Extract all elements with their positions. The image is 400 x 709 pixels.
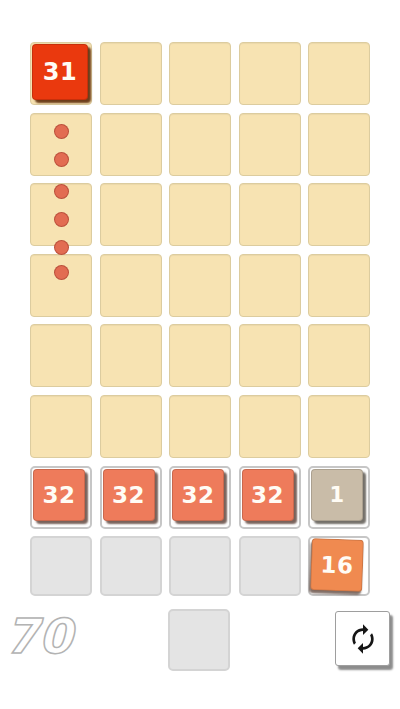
dot-trail [31,255,91,316]
board-cell-r6c1[interactable] [30,395,92,458]
board-cell-r1c4[interactable] [239,42,301,105]
dot [54,152,69,167]
queue-slot-2 [100,536,162,596]
board-cell-r4c5[interactable] [308,254,370,317]
dot [54,124,69,139]
dot [54,240,69,255]
board-cell-r4c2[interactable] [100,254,162,317]
refresh-button[interactable] [335,611,390,666]
queue-row: 16 [30,536,370,596]
hold-slot[interactable] [168,609,230,671]
board-cell-r5c4[interactable] [239,324,301,387]
queue-slot-5: 16 [308,536,370,596]
tray-slot-5[interactable]: 1 [308,466,370,529]
game-screen: 31 323232321 16 70 [0,0,400,709]
tile-32[interactable]: 32 [103,469,155,521]
board-cell-r2c4[interactable] [239,113,301,176]
board-cell-r1c2[interactable] [100,42,162,105]
tray-slot-1[interactable]: 32 [30,466,92,529]
queue-slot-1 [30,536,92,596]
board-cell-r1c5[interactable] [308,42,370,105]
tile-32[interactable]: 32 [172,469,224,521]
queue-slot-3 [169,536,231,596]
tile-31[interactable]: 31 [32,44,88,100]
board-cell-r3c2[interactable] [100,183,162,246]
board-cell-r2c2[interactable] [100,113,162,176]
board-cell-r6c5[interactable] [308,395,370,458]
board-cell-r3c3[interactable] [169,183,231,246]
board-cell-r5c1[interactable] [30,324,92,387]
board-cell-r2c1[interactable] [30,113,92,176]
board-cell-r2c3[interactable] [169,113,231,176]
dot-trail [31,184,91,245]
tile-32[interactable]: 32 [242,469,294,521]
board-cell-r6c4[interactable] [239,395,301,458]
tile-16: 16 [310,538,364,592]
dot [54,212,69,227]
dot [54,265,69,280]
tile-32[interactable]: 32 [33,469,85,521]
queue-slot-4 [239,536,301,596]
board-cell-r4c4[interactable] [239,254,301,317]
board-cell-r1c3[interactable] [169,42,231,105]
dot [54,184,69,199]
tray-slot-3[interactable]: 32 [169,466,231,529]
board-cell-r3c5[interactable] [308,183,370,246]
board-cell-r6c3[interactable] [169,395,231,458]
board-cell-r5c2[interactable] [100,324,162,387]
refresh-icon [347,623,379,655]
dot-trail [31,114,91,175]
board-cell-r6c2[interactable] [100,395,162,458]
board-cell-r4c1[interactable] [30,254,92,317]
score-value: 70 [5,612,72,660]
board-cell-r2c5[interactable] [308,113,370,176]
board-cell-r5c5[interactable] [308,324,370,387]
board: 31 [30,42,370,458]
tray-slot-2[interactable]: 32 [100,466,162,529]
board-cell-r5c3[interactable] [169,324,231,387]
piece-tray: 323232321 [30,466,370,529]
tile-1[interactable]: 1 [311,469,363,521]
board-cell-r3c4[interactable] [239,183,301,246]
board-cell-r4c3[interactable] [169,254,231,317]
board-cell-r3c1[interactable] [30,183,92,246]
board-cell-r1c1[interactable]: 31 [30,42,92,105]
tray-slot-4[interactable]: 32 [239,466,301,529]
